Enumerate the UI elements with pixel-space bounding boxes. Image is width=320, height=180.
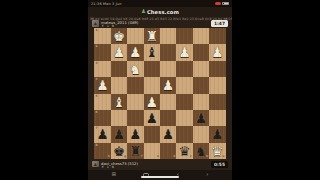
black-pawn-piece[interactable]: ♟: [97, 126, 109, 142]
square-g4[interactable]: [111, 77, 127, 93]
rank-label: 2: [95, 45, 97, 48]
user-player-bar: ♟ davi_chess73 (512) ♜ ♝ ♞ 0:55: [88, 160, 232, 170]
white-bishop-piece[interactable]: ♝: [113, 94, 125, 110]
square-b6[interactable]: ♟: [193, 110, 209, 126]
square-e1[interactable]: ♜: [144, 28, 160, 44]
square-d1[interactable]: [160, 28, 176, 44]
rank-label: 3: [95, 62, 97, 65]
square-c2[interactable]: ♟: [176, 44, 192, 60]
file-label: d: [173, 155, 175, 158]
square-e5[interactable]: ♟: [144, 94, 160, 110]
square-c3[interactable]: [176, 61, 192, 77]
white-pawn-piece[interactable]: ♟: [97, 77, 109, 93]
black-pawn-piece[interactable]: ♟: [195, 110, 207, 126]
square-d2[interactable]: [160, 44, 176, 60]
white-pawn-piece[interactable]: ♟: [129, 44, 141, 60]
square-h8[interactable]: 8h: [94, 143, 110, 159]
black-queen-piece[interactable]: ♛: [178, 143, 190, 159]
square-f4[interactable]: [127, 77, 143, 93]
square-c8[interactable]: c♛: [176, 143, 192, 159]
square-d3[interactable]: [160, 61, 176, 77]
square-f6[interactable]: [127, 110, 143, 126]
square-h5[interactable]: 5: [94, 94, 110, 110]
square-b2[interactable]: [193, 44, 209, 60]
square-b5[interactable]: [193, 94, 209, 110]
white-pawn-piece[interactable]: ♟: [211, 44, 223, 60]
square-e7[interactable]: [144, 126, 160, 142]
square-b3[interactable]: [193, 61, 209, 77]
status-icons: [215, 2, 230, 5]
square-d7[interactable]: ♟: [160, 126, 176, 142]
menu-icon[interactable]: ⊞: [112, 172, 117, 178]
square-b8[interactable]: b♞: [193, 143, 209, 159]
file-label: h: [108, 155, 110, 158]
square-g6[interactable]: [111, 110, 127, 126]
white-pawn-piece[interactable]: ♟: [113, 44, 125, 60]
square-h1[interactable]: 1: [94, 28, 110, 44]
black-pawn-piece[interactable]: ♟: [129, 126, 141, 142]
black-pawn-piece[interactable]: ♟: [162, 126, 174, 142]
rank-label: 5: [95, 95, 97, 98]
square-g7[interactable]: ♟: [111, 126, 127, 142]
square-f5[interactable]: [127, 94, 143, 110]
square-f1[interactable]: [127, 28, 143, 44]
square-a8[interactable]: a♛: [209, 143, 225, 159]
square-h3[interactable]: 3: [94, 61, 110, 77]
square-e6[interactable]: ♟: [144, 110, 160, 126]
square-a7[interactable]: ♟: [209, 126, 225, 142]
battery-icon: [222, 2, 229, 5]
white-king-piece[interactable]: ♚: [113, 28, 125, 44]
chess-board[interactable]: 1♚♜2♟♟♝♟♟3♞4♟♟5♝♟6♟♟7♟♟♟♟♟8hg♚f♜edc♛b♞a♛: [94, 28, 225, 159]
status-time-date: 21:36 Mon 3 Jun: [91, 2, 122, 6]
phone-screen: 21:36 Mon 3 Jun ‹ ♟ Chess.com ⋯ 18.d4 ex…: [88, 0, 232, 180]
user-captured-pieces: ♜ ♝ ♞: [101, 165, 115, 169]
file-label: a: [222, 155, 224, 158]
user-clock: 0:55: [211, 161, 228, 168]
square-g8[interactable]: g♚: [111, 143, 127, 159]
square-b7[interactable]: [193, 126, 209, 142]
file-label: f: [141, 155, 142, 158]
square-e8[interactable]: e: [144, 143, 160, 159]
white-pawn-piece[interactable]: ♟: [178, 44, 190, 60]
rank-label: 4: [95, 78, 97, 81]
square-c6[interactable]: [176, 110, 192, 126]
square-a4[interactable]: [209, 77, 225, 93]
rank-label: 1: [95, 29, 97, 32]
black-bishop-piece[interactable]: ♝: [146, 44, 158, 60]
square-g5[interactable]: ♝: [111, 94, 127, 110]
rank-label: 6: [95, 111, 97, 114]
file-label: b: [206, 155, 208, 158]
square-h7[interactable]: 7♟: [94, 126, 110, 142]
square-c4[interactable]: [176, 77, 192, 93]
square-a2[interactable]: ♟: [209, 44, 225, 60]
black-rook-piece[interactable]: ♜: [129, 143, 141, 159]
square-c5[interactable]: [176, 94, 192, 110]
pawn-logo-icon: ♟: [141, 9, 146, 15]
square-d4[interactable]: ♟: [160, 77, 176, 93]
recording-indicator-icon: [215, 2, 221, 5]
square-e4[interactable]: [144, 77, 160, 93]
user-avatar[interactable]: ♟: [92, 161, 99, 168]
app-header: ‹ ♟ Chess.com ⋯: [88, 7, 232, 17]
square-f7[interactable]: ♟: [127, 126, 143, 142]
square-h6[interactable]: 6: [94, 110, 110, 126]
black-pawn-piece[interactable]: ♟: [211, 126, 223, 142]
file-label: e: [157, 155, 159, 158]
square-h2[interactable]: 2: [94, 44, 110, 60]
screenshot-stage: 21:36 Mon 3 Jun ‹ ♟ Chess.com ⋯ 18.d4 ex…: [0, 0, 320, 180]
square-f2[interactable]: ♟: [127, 44, 143, 60]
forward-icon[interactable]: ›: [206, 172, 208, 178]
square-h4[interactable]: 4♟: [94, 77, 110, 93]
square-f3[interactable]: ♞: [127, 61, 143, 77]
file-label: c: [190, 155, 192, 158]
status-bar: 21:36 Mon 3 Jun: [88, 0, 232, 7]
square-c1[interactable]: [176, 28, 192, 44]
square-b4[interactable]: [193, 77, 209, 93]
black-pawn-piece[interactable]: ♟: [146, 110, 158, 126]
opponent-avatar[interactable]: ♟: [92, 20, 99, 27]
chesscom-logo: ♟ Chess.com: [141, 9, 179, 15]
square-g3[interactable]: [111, 61, 127, 77]
square-a3[interactable]: [209, 61, 225, 77]
square-d6[interactable]: [160, 110, 176, 126]
rank-label: 8: [95, 144, 97, 147]
logo-text: Chess.com: [147, 9, 179, 15]
square-a1[interactable]: [209, 28, 225, 44]
square-d5[interactable]: [160, 94, 176, 110]
white-pawn-piece[interactable]: ♟: [162, 77, 174, 93]
square-e3[interactable]: [144, 61, 160, 77]
white-knight-piece[interactable]: ♞: [129, 61, 141, 77]
square-f8[interactable]: f♜: [127, 143, 143, 159]
white-pawn-piece[interactable]: ♟: [146, 94, 158, 110]
square-g1[interactable]: ♚: [111, 28, 127, 44]
white-rook-piece[interactable]: ♜: [146, 28, 158, 44]
bottom-nav-bar: ⊞‹›: [88, 170, 232, 180]
rank-label: 7: [95, 127, 97, 130]
square-d8[interactable]: d: [160, 143, 176, 159]
file-label: g: [124, 155, 126, 158]
square-b1[interactable]: [193, 28, 209, 44]
square-e2[interactable]: ♝: [144, 44, 160, 60]
square-c7[interactable]: [176, 126, 192, 142]
square-g2[interactable]: ♟: [111, 44, 127, 60]
square-a5[interactable]: [209, 94, 225, 110]
black-pawn-piece[interactable]: ♟: [113, 126, 125, 142]
square-a6[interactable]: [209, 110, 225, 126]
opponent-clock: 1:47: [211, 20, 228, 27]
